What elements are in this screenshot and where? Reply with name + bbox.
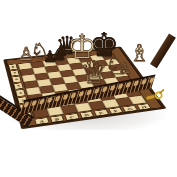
piece-white-bishop-h5[interactable]: ♗ (129, 42, 150, 65)
file-label-e: E (93, 109, 108, 116)
file-label-g: G (122, 105, 137, 112)
file-label-d: D (79, 111, 94, 118)
rank-label-6: 6 (11, 76, 21, 83)
file-label-c: C (64, 113, 79, 120)
box-right-edge (150, 33, 176, 68)
piece-white-queen-e4[interactable]: ♕ (80, 57, 108, 88)
piece-black-pawn-c5[interactable]: ♟ (43, 49, 57, 65)
rank-label-4: 4 (15, 89, 26, 96)
rank-label-8: 8 (8, 64, 18, 70)
file-label-b: B (49, 115, 64, 122)
piece-white-pawn-a5[interactable]: ♙ (18, 45, 34, 63)
file-label-a: A (34, 117, 49, 124)
file-label-f: F (108, 107, 123, 114)
chess-set-photo: ABCDEFGH 87654321 ♙♘♟♞♛♔♚♕♘♗♙ (0, 0, 177, 177)
piece-white-knight-g4[interactable]: ♘ (105, 53, 127, 78)
